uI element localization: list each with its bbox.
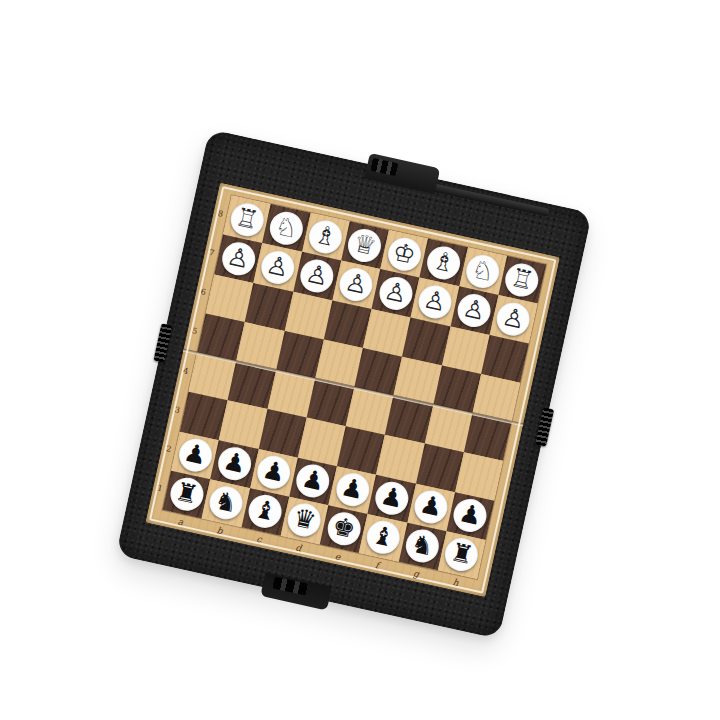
piece-glyph: ♟ [378, 483, 405, 512]
piece-glyph: ♖ [234, 204, 261, 233]
piece-white-rook[interactable]: ♖ [503, 260, 542, 299]
piece-black-pawn[interactable]: ♟ [215, 444, 254, 483]
piece-glyph: ♟ [260, 457, 287, 486]
piece-white-pawn[interactable]: ♙ [376, 274, 415, 313]
piece-glyph: ♗ [312, 221, 339, 250]
piece-glyph: ♗ [430, 247, 457, 276]
piece-black-rook[interactable]: ♜ [442, 535, 481, 574]
piece-white-rook[interactable]: ♖ [227, 200, 266, 239]
piece-black-pawn[interactable]: ♟ [451, 496, 490, 535]
piece-black-pawn[interactable]: ♟ [254, 453, 293, 492]
piece-glyph: ♔ [391, 238, 418, 267]
piece-glyph: ♙ [304, 260, 331, 289]
piece-glyph: ♜ [173, 479, 200, 508]
piece-glyph: ♝ [370, 522, 397, 551]
piece-glyph: ♟ [339, 474, 366, 503]
piece-black-pawn[interactable]: ♟ [333, 470, 372, 509]
piece-white-pawn[interactable]: ♙ [455, 291, 494, 330]
piece-black-pawn[interactable]: ♟ [175, 436, 214, 475]
piece-glyph: ♟ [182, 440, 209, 469]
piece-white-pawn[interactable]: ♙ [219, 239, 258, 278]
piece-glyph: ♞ [212, 488, 239, 517]
piece-black-pawn[interactable]: ♟ [411, 487, 450, 526]
piece-white-king[interactable]: ♔ [385, 234, 424, 273]
piece-glyph: ♘ [469, 256, 496, 285]
piece-glyph: ♙ [421, 286, 448, 315]
piece-glyph: ♙ [343, 269, 370, 298]
piece-glyph: ♖ [509, 264, 536, 293]
piece-glyph: ♟ [221, 448, 248, 477]
piece-white-pawn[interactable]: ♙ [297, 256, 336, 295]
piece-black-bishop[interactable]: ♝ [363, 518, 402, 557]
chess-board: 87654321 abcdefgh ♖♘♗♕♔♗♘♖♙♙♙♙♙♙♙♙♟♟♟♟♟♟… [145, 183, 560, 598]
piece-white-pawn[interactable]: ♙ [337, 265, 376, 304]
piece-black-bishop[interactable]: ♝ [245, 492, 284, 531]
piece-white-knight[interactable]: ♘ [267, 208, 306, 247]
piece-white-pawn[interactable]: ♙ [494, 299, 533, 338]
piece-glyph: ♙ [225, 243, 252, 272]
piece-glyph: ♛ [291, 505, 318, 534]
piece-glyph: ♝ [252, 496, 279, 525]
piece-glyph: ♟ [418, 491, 445, 520]
piece-white-pawn[interactable]: ♙ [258, 248, 297, 287]
piece-glyph: ♜ [448, 539, 475, 568]
piece-white-queen[interactable]: ♕ [345, 226, 384, 265]
piece-glyph: ♘ [273, 212, 300, 241]
piece-white-pawn[interactable]: ♙ [415, 282, 454, 321]
piece-white-knight[interactable]: ♘ [463, 252, 502, 291]
piece-glyph: ♙ [461, 295, 488, 324]
piece-black-pawn[interactable]: ♟ [293, 461, 332, 500]
piece-black-king[interactable]: ♚ [324, 509, 363, 548]
piece-black-rook[interactable]: ♜ [167, 475, 206, 514]
piece-black-knight[interactable]: ♞ [403, 527, 442, 566]
piece-black-pawn[interactable]: ♟ [372, 479, 411, 518]
piece-white-bishop[interactable]: ♗ [424, 243, 463, 282]
piece-black-queen[interactable]: ♛ [285, 501, 324, 540]
piece-glyph: ♟ [300, 466, 327, 495]
piece-glyph: ♕ [352, 230, 379, 259]
chess-set: 87654321 abcdefgh ♖♘♗♕♔♗♘♖♙♙♙♙♙♙♙♙♟♟♟♟♟♟… [116, 129, 592, 639]
piece-glyph: ♞ [409, 531, 436, 560]
piece-white-bishop[interactable]: ♗ [306, 217, 345, 256]
piece-glyph: ♟ [457, 500, 484, 529]
piece-glyph: ♚ [330, 513, 357, 542]
piece-glyph: ♙ [382, 278, 409, 307]
photo-background: 87654321 abcdefgh ♖♘♗♕♔♗♘♖♙♙♙♙♙♙♙♙♟♟♟♟♟♟… [0, 0, 720, 720]
piece-glyph: ♙ [500, 304, 527, 333]
piece-black-knight[interactable]: ♞ [206, 483, 245, 522]
piece-glyph: ♙ [264, 252, 291, 281]
